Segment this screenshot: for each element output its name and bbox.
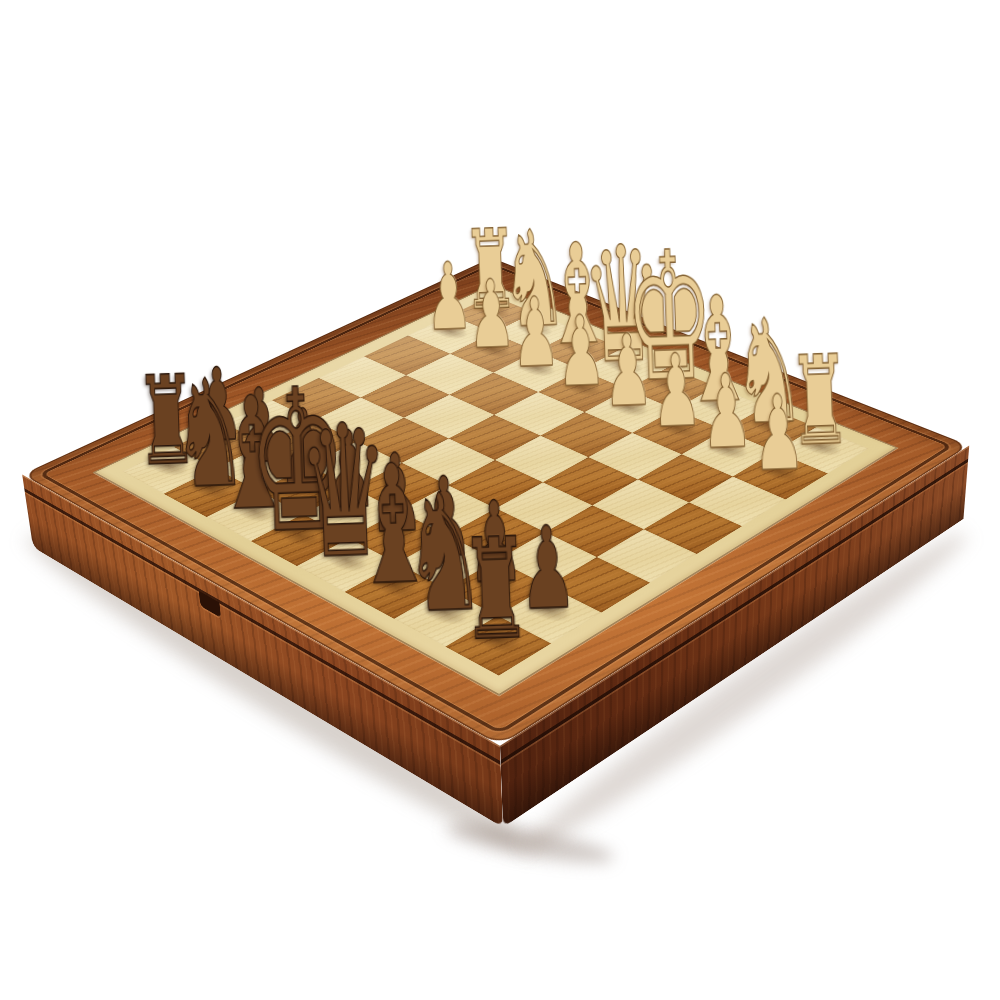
square-b1[interactable] bbox=[493, 313, 578, 351]
square-c1[interactable] bbox=[536, 330, 622, 370]
piece-contact-shadow bbox=[499, 313, 570, 344]
scene-3d: ♜♞♝♛♚♝♞♜♟♟♟♟♟♟♟♟♟♟♟♟♟♟♟♟♜♞♝♚♛♝♞♜ bbox=[0, 0, 1000, 1000]
piece-glyph: ♞ bbox=[498, 211, 569, 346]
piece-glyph: ♜ bbox=[462, 215, 521, 326]
piece-glyph: ♟ bbox=[555, 302, 607, 401]
piece-glyph: ♝ bbox=[540, 224, 614, 365]
lid-thumb-notch[interactable] bbox=[199, 591, 221, 618]
piece-black-rook-h8[interactable]: ♜ bbox=[406, 444, 583, 648]
piece-glyph: ♜ bbox=[459, 520, 533, 661]
piece-contact-shadow bbox=[542, 331, 614, 363]
piece-contact-shadow bbox=[415, 315, 485, 346]
piece-glyph: ♟ bbox=[510, 284, 561, 381]
piece-white-rook-a1[interactable]: ♜ bbox=[420, 155, 560, 316]
piece-white-pawn-h2[interactable]: ♟ bbox=[698, 294, 857, 477]
piece-glyph: ♟ bbox=[424, 250, 474, 344]
piece-white-bishop-c1[interactable]: ♝ bbox=[504, 186, 648, 352]
piece-white-pawn-d2[interactable]: ♟ bbox=[505, 222, 654, 394]
chess-box: ♜♞♝♛♚♝♞♜♟♟♟♟♟♟♟♟♟♟♟♟♟♟♟♟♜♞♝♚♛♝♞♜ bbox=[22, 258, 969, 746]
piece-white-pawn-c2[interactable]: ♟ bbox=[461, 205, 607, 374]
piece-white-pawn-b2[interactable]: ♟ bbox=[418, 189, 562, 355]
piece-white-knight-b1[interactable]: ♞ bbox=[462, 170, 604, 334]
square-a1[interactable] bbox=[451, 295, 534, 332]
camera-roll-wrapper: ♜♞♝♛♚♝♞♜♟♟♟♟♟♟♟♟♟♟♟♟♟♟♟♟♜♞♝♚♛♝♞♜ bbox=[0, 0, 1000, 1000]
piece-contact-shadow bbox=[457, 296, 526, 326]
piece-glyph: ♟ bbox=[602, 321, 655, 421]
piece-white-pawn-a2[interactable]: ♟ bbox=[377, 173, 519, 337]
photo-background: ♜♞♝♛♚♝♞♜♟♟♟♟♟♟♟♟♟♟♟♟♟♟♟♟♜♞♝♚♛♝♞♜ bbox=[0, 0, 1000, 1000]
piece-glyph: ♟ bbox=[751, 381, 807, 487]
piece-glyph: ♟ bbox=[467, 267, 517, 363]
